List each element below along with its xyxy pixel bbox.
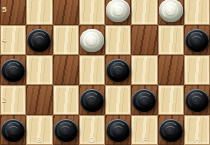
piece-ring-inner	[61, 126, 70, 135]
black-piece-d2[interactable]	[80, 89, 104, 112]
square-h2[interactable]	[184, 85, 210, 115]
rank-label-2: 2	[2, 96, 6, 104]
piece-ring-inner	[9, 66, 18, 75]
square-f2[interactable]	[131, 85, 157, 115]
white-piece-g5[interactable]	[159, 0, 183, 22]
square-a4[interactable]: 4	[0, 25, 26, 55]
piece-ring-inner	[192, 96, 201, 105]
piece-ring-inner	[114, 6, 123, 15]
square-f4[interactable]	[131, 25, 157, 55]
file-label-h: H	[194, 136, 200, 144]
piece-ring-inner	[114, 66, 123, 75]
rank-label-5: 5	[2, 6, 6, 14]
square-e1[interactable]	[105, 115, 131, 145]
piece-ring-inner	[166, 126, 175, 135]
square-b5[interactable]	[26, 0, 52, 25]
square-c4[interactable]	[53, 25, 79, 55]
file-label-b: B	[36, 136, 42, 144]
piece-ring-inner	[35, 36, 44, 45]
square-c3[interactable]	[53, 55, 79, 85]
square-a5[interactable]: 5	[0, 0, 26, 25]
black-piece-e3[interactable]	[106, 59, 130, 82]
piece-ring-inner	[140, 96, 149, 105]
square-d2[interactable]	[79, 85, 105, 115]
black-piece-c1[interactable]	[54, 119, 78, 142]
piece-ring-inner	[87, 36, 96, 45]
piece-ring-inner	[166, 6, 175, 15]
square-g3[interactable]	[158, 55, 184, 85]
square-a3[interactable]: 3	[0, 55, 26, 85]
black-piece-a3[interactable]	[1, 59, 25, 82]
piece-ring-inner	[87, 96, 96, 105]
square-g1[interactable]	[158, 115, 184, 145]
square-b4[interactable]	[26, 25, 52, 55]
square-b1[interactable]: B	[26, 115, 52, 145]
square-c2[interactable]	[53, 85, 79, 115]
square-d3[interactable]	[79, 55, 105, 85]
square-a1[interactable]: 1	[0, 115, 26, 145]
piece-ring-inner	[9, 126, 18, 135]
square-h4[interactable]	[184, 25, 210, 55]
square-e4[interactable]	[105, 25, 131, 55]
black-piece-h2[interactable]	[185, 89, 209, 112]
black-piece-a1[interactable]	[1, 119, 25, 142]
square-f3[interactable]	[131, 55, 157, 85]
file-label-d: D	[89, 136, 95, 144]
black-piece-e1[interactable]	[106, 119, 130, 142]
black-piece-f2[interactable]	[132, 89, 156, 112]
square-e2[interactable]	[105, 85, 131, 115]
square-d4[interactable]	[79, 25, 105, 55]
square-f5[interactable]	[131, 0, 157, 25]
file-label-f: F	[142, 136, 147, 144]
square-d5[interactable]	[79, 0, 105, 25]
square-e5[interactable]	[105, 0, 131, 25]
black-piece-g1[interactable]	[159, 119, 183, 142]
square-g4[interactable]	[158, 25, 184, 55]
square-e3[interactable]	[105, 55, 131, 85]
square-c5[interactable]	[53, 0, 79, 25]
square-c1[interactable]	[53, 115, 79, 145]
square-a2[interactable]: 2	[0, 85, 26, 115]
square-h1[interactable]: H	[184, 115, 210, 145]
square-g2[interactable]	[158, 85, 184, 115]
piece-ring-inner	[114, 126, 123, 135]
white-piece-d4[interactable]	[80, 29, 104, 52]
rank-label-4: 4	[2, 36, 6, 44]
square-d1[interactable]: D	[79, 115, 105, 145]
black-piece-h4[interactable]	[185, 29, 209, 52]
square-f1[interactable]: F	[131, 115, 157, 145]
square-h5[interactable]	[184, 0, 210, 25]
black-piece-b4[interactable]	[27, 29, 51, 52]
piece-ring-inner	[192, 36, 201, 45]
square-g5[interactable]	[158, 0, 184, 25]
square-b3[interactable]	[26, 55, 52, 85]
checkers-board: 54321BDFH	[0, 0, 210, 145]
white-piece-e5[interactable]	[106, 0, 130, 22]
square-b2[interactable]	[26, 85, 52, 115]
square-h3[interactable]	[184, 55, 210, 85]
checkers-board-view: 54321BDFH	[0, 0, 210, 145]
